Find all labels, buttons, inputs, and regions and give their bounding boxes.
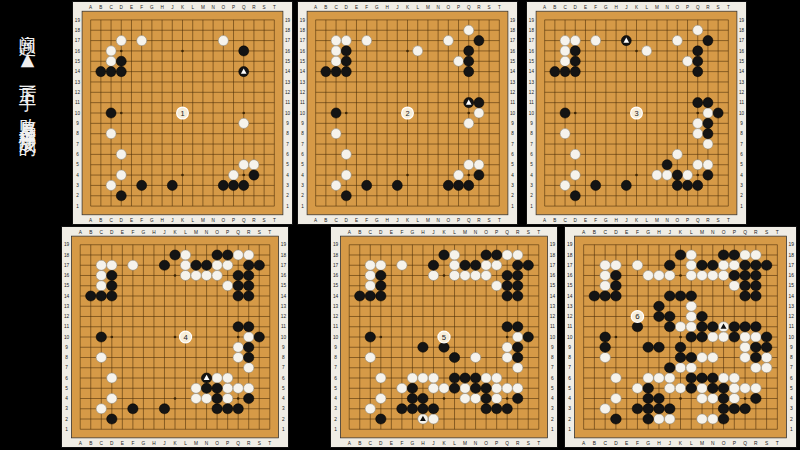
svg-text:18: 18	[550, 253, 556, 258]
stone-black-N17	[708, 260, 719, 270]
stone-white-D6	[341, 149, 351, 159]
svg-text:3: 3	[282, 406, 285, 411]
stone-black-O3	[212, 404, 222, 414]
svg-text:10: 10	[333, 335, 339, 340]
svg-text:8: 8	[740, 131, 743, 136]
go-board-5[interactable]: AA1919BB1818CC1717DD1616EE1515FF1414GG13…	[331, 227, 557, 447]
svg-text:N: N	[436, 218, 439, 223]
stone-white-C16	[331, 46, 341, 56]
stone-black-P3	[729, 404, 740, 414]
stone-black-R16	[751, 270, 762, 280]
svg-text:2: 2	[334, 417, 337, 422]
svg-text:5: 5	[790, 386, 793, 391]
stone-black-G4	[643, 393, 654, 403]
svg-text:8: 8	[334, 355, 337, 360]
stone-black-S9	[761, 342, 772, 352]
stone-black-O2	[718, 414, 729, 424]
stone-white-R5	[751, 383, 762, 393]
stone-black-G5	[407, 383, 417, 393]
stone-black-D16	[376, 270, 386, 280]
svg-text:O: O	[484, 230, 488, 235]
star-point	[574, 112, 577, 115]
stone-black-M6	[460, 373, 470, 383]
stone-white-P15	[222, 281, 232, 291]
stone-black-L6	[686, 373, 697, 383]
svg-text:G: G	[646, 441, 650, 446]
stone-white-C17	[331, 36, 341, 46]
svg-text:O: O	[222, 218, 226, 223]
stone-black-C10	[560, 108, 570, 118]
stone-black-P11	[729, 322, 740, 332]
svg-text:12: 12	[281, 314, 287, 319]
stone-black-F3	[137, 180, 147, 190]
svg-text:8: 8	[568, 355, 571, 360]
stone-black-L5	[686, 383, 697, 393]
svg-text:16: 16	[285, 49, 291, 54]
stone-white-C15	[106, 56, 116, 66]
svg-text:M: M	[201, 218, 205, 223]
svg-text:G: G	[646, 230, 650, 235]
stone-white-F17	[591, 36, 601, 46]
svg-text:F: F	[400, 230, 403, 235]
stone-black-F3	[632, 404, 643, 414]
svg-text:H: H	[614, 5, 617, 10]
stone-white-R10	[244, 332, 254, 342]
svg-text:17: 17	[300, 38, 306, 43]
svg-text:O: O	[215, 230, 219, 235]
stone-black-J12	[664, 311, 675, 321]
svg-text:16: 16	[550, 273, 556, 278]
stone-white-Q5	[740, 383, 751, 393]
stone-black-O5	[212, 383, 222, 393]
stone-black-D14	[570, 67, 580, 77]
stone-white-M4	[652, 170, 662, 180]
stone-black-P3	[454, 180, 464, 190]
svg-text:10: 10	[281, 335, 287, 340]
stone-black-R8	[513, 352, 523, 362]
star-point	[679, 274, 682, 277]
svg-text:11: 11	[550, 324, 555, 329]
stone-white-C15	[560, 56, 570, 66]
svg-text:O: O	[676, 5, 680, 10]
svg-text:H: H	[160, 218, 163, 223]
stone-white-M5	[460, 383, 470, 393]
stone-black-G9	[643, 342, 654, 352]
go-board-2[interactable]: AA1919BB1818CC1717DD1616EE1515FF1414GG13…	[298, 2, 517, 224]
star-point	[242, 112, 245, 115]
svg-text:R: R	[754, 230, 758, 235]
svg-text:F: F	[594, 218, 597, 223]
svg-text:E: E	[130, 5, 133, 10]
svg-text:7: 7	[551, 365, 554, 370]
stone-black-D15	[341, 56, 351, 66]
stone-black-P18	[491, 250, 501, 260]
stone-white-P6	[729, 373, 740, 383]
stone-white-C16	[560, 46, 570, 56]
svg-text:9: 9	[76, 121, 79, 126]
move-number-text: 6	[635, 312, 639, 321]
go-board-6[interactable]: AA1919BB1818CC1717DD1616EE1515FF1414GG13…	[565, 227, 796, 447]
svg-text:1: 1	[282, 427, 285, 432]
stone-black-C14	[365, 291, 375, 301]
svg-text:5: 5	[301, 162, 304, 167]
svg-text:6: 6	[301, 152, 304, 157]
stone-white-K5	[439, 383, 449, 393]
stone-black-O18	[481, 250, 491, 260]
stone-black-J7	[664, 363, 675, 373]
svg-text:Q: Q	[467, 218, 471, 223]
stone-black-M10	[697, 332, 708, 342]
stone-white-F17	[632, 260, 643, 270]
svg-text:4: 4	[790, 396, 793, 401]
svg-text:T: T	[537, 441, 540, 446]
stone-black-R17	[244, 260, 254, 270]
svg-text:17: 17	[510, 38, 516, 43]
svg-text:G: G	[375, 5, 379, 10]
stone-white-K5	[675, 383, 686, 393]
stone-black-Q3	[464, 180, 474, 190]
svg-text:S: S	[488, 5, 491, 10]
go-board-4-svg: AA1919BB1818CC1717DD1616EE1515FF1414GG13…	[62, 227, 288, 447]
stone-black-Q3	[233, 404, 243, 414]
stone-white-C3	[331, 180, 341, 190]
svg-text:E: E	[121, 230, 124, 235]
stone-white-L16	[180, 270, 190, 280]
svg-text:L: L	[416, 5, 419, 10]
svg-text:4: 4	[286, 173, 289, 178]
stone-black-R16	[513, 270, 523, 280]
stone-white-C8	[600, 352, 611, 362]
stone-white-P17	[729, 260, 740, 270]
stone-black-F3	[128, 404, 138, 414]
svg-text:2: 2	[282, 417, 285, 422]
stone-black-Q3	[239, 180, 249, 190]
stone-white-O17	[481, 260, 491, 270]
svg-text:12: 12	[739, 90, 745, 95]
stone-black-H9	[418, 342, 428, 352]
svg-text:19: 19	[567, 242, 573, 247]
svg-text:17: 17	[285, 38, 291, 43]
svg-text:14: 14	[510, 69, 516, 74]
stone-white-Q18	[464, 25, 474, 35]
stone-black-R4	[244, 393, 254, 403]
stone-white-L18	[449, 250, 459, 260]
svg-text:19: 19	[529, 18, 535, 23]
stone-black-R15	[751, 281, 762, 291]
svg-text:19: 19	[285, 18, 291, 23]
svg-text:8: 8	[65, 355, 68, 360]
stone-white-Q9	[233, 342, 243, 352]
stone-white-C3	[106, 180, 116, 190]
stone-white-L13	[686, 301, 697, 311]
svg-text:E: E	[625, 230, 628, 235]
stone-white-M16	[460, 270, 470, 280]
star-point	[111, 336, 114, 339]
stone-white-G16	[643, 270, 654, 280]
stone-white-D4	[376, 393, 386, 403]
svg-text:H: H	[421, 230, 425, 235]
svg-text:9: 9	[301, 121, 304, 126]
stone-black-J3	[167, 180, 177, 190]
svg-text:7: 7	[282, 365, 285, 370]
svg-text:N: N	[711, 230, 715, 235]
svg-text:D: D	[379, 441, 383, 446]
stone-black-N6	[470, 373, 480, 383]
stone-black-Q14	[464, 67, 474, 77]
stone-white-R10	[703, 108, 713, 118]
stone-white-C17	[365, 260, 375, 270]
stone-white-Q8	[740, 352, 751, 362]
go-board-1[interactable]: AA1919BB1818CC1717DD1616EE1515FF1414GG13…	[73, 2, 292, 224]
stone-black-Q16	[239, 46, 249, 56]
stone-black-H3	[654, 404, 665, 414]
star-point	[345, 112, 348, 115]
stone-white-D6	[611, 373, 622, 383]
move-number-text: 1	[180, 109, 184, 118]
svg-text:2: 2	[511, 193, 514, 198]
stone-white-F5	[397, 383, 407, 393]
svg-text:11: 11	[567, 324, 572, 329]
svg-text:11: 11	[789, 324, 794, 329]
svg-text:B: B	[593, 230, 596, 235]
star-point	[120, 112, 123, 115]
stone-white-K11	[675, 322, 686, 332]
svg-text:M: M	[655, 218, 659, 223]
stone-black-G3	[643, 404, 654, 414]
stone-white-D17	[376, 260, 386, 270]
svg-text:1: 1	[551, 427, 554, 432]
stone-black-N5	[708, 383, 719, 393]
stone-black-C14	[106, 67, 116, 77]
stone-black-K9	[675, 342, 686, 352]
stone-white-Q5	[233, 383, 243, 393]
stone-white-N4	[201, 393, 211, 403]
stone-white-N16	[201, 270, 211, 280]
svg-text:3: 3	[511, 183, 514, 188]
svg-text:10: 10	[567, 335, 573, 340]
svg-text:E: E	[625, 441, 628, 446]
stone-black-P18	[729, 250, 740, 260]
star-point	[181, 174, 184, 177]
stone-white-J16	[428, 270, 438, 280]
svg-text:M: M	[194, 230, 198, 235]
stone-white-O17	[212, 260, 222, 270]
stone-black-C10	[96, 332, 106, 342]
stone-white-D4	[116, 170, 126, 180]
svg-text:6: 6	[740, 152, 743, 157]
svg-text:10: 10	[64, 335, 70, 340]
svg-text:6: 6	[568, 376, 571, 381]
stone-white-L17	[180, 260, 190, 270]
svg-text:N: N	[665, 218, 668, 223]
stone-black-O4	[718, 393, 729, 403]
svg-text:2: 2	[286, 193, 289, 198]
stone-black-Q15	[464, 56, 474, 66]
svg-text:B: B	[99, 5, 102, 10]
stone-white-P15	[729, 281, 740, 291]
stone-black-D16	[611, 270, 622, 280]
stone-white-C8	[365, 352, 375, 362]
stone-white-O17	[672, 36, 682, 46]
stone-black-R14	[244, 291, 254, 301]
svg-text:G: G	[150, 5, 154, 10]
svg-text:7: 7	[334, 365, 337, 370]
svg-text:14: 14	[300, 69, 306, 74]
svg-text:O: O	[447, 5, 451, 10]
stone-black-D14	[341, 67, 351, 77]
svg-text:1: 1	[740, 204, 743, 209]
stone-black-Q16	[740, 270, 751, 280]
stone-white-R7	[703, 139, 713, 149]
stone-white-S8	[761, 352, 772, 362]
stone-black-K9	[439, 342, 449, 352]
svg-text:O: O	[722, 441, 726, 446]
svg-text:16: 16	[739, 49, 745, 54]
stone-black-K18	[439, 250, 449, 260]
star-point	[120, 50, 123, 53]
svg-text:2: 2	[568, 417, 571, 422]
stone-white-L7	[686, 363, 697, 373]
stone-white-N16	[470, 270, 480, 280]
go-board-3[interactable]: AA1919BB1818CC1717DD1616EE1515FF1414GG13…	[527, 2, 746, 224]
stone-white-R10	[513, 332, 523, 342]
stone-white-P4	[729, 393, 740, 403]
stone-black-Q14	[502, 291, 512, 301]
svg-text:10: 10	[285, 111, 291, 116]
stone-white-D17	[107, 260, 117, 270]
svg-text:15: 15	[285, 59, 291, 64]
svg-text:8: 8	[551, 355, 554, 360]
svg-text:15: 15	[567, 283, 573, 288]
stone-black-Q15	[740, 281, 751, 291]
svg-text:J: J	[396, 5, 398, 10]
svg-text:M: M	[201, 5, 205, 10]
stone-white-R5	[474, 160, 484, 170]
svg-text:C: C	[100, 441, 104, 446]
svg-text:H: H	[421, 441, 425, 446]
svg-text:15: 15	[64, 283, 70, 288]
stone-black-G5	[643, 383, 654, 393]
svg-text:E: E	[355, 5, 358, 10]
stone-black-R4	[474, 170, 484, 180]
svg-text:T: T	[727, 5, 730, 10]
svg-text:Q: Q	[242, 218, 246, 223]
svg-text:4: 4	[530, 173, 533, 178]
stone-black-F3	[591, 180, 601, 190]
stone-white-H6	[654, 373, 665, 383]
stone-black-R17	[703, 36, 713, 46]
svg-text:18: 18	[281, 253, 287, 258]
stone-black-O4	[481, 393, 491, 403]
svg-text:13: 13	[300, 80, 306, 85]
svg-text:H: H	[385, 5, 388, 10]
stone-white-M4	[697, 393, 708, 403]
svg-text:5: 5	[568, 386, 571, 391]
svg-text:9: 9	[286, 121, 289, 126]
stone-black-D16	[341, 46, 351, 56]
stone-black-M17	[191, 260, 201, 270]
svg-text:1: 1	[65, 427, 68, 432]
svg-text:18: 18	[567, 253, 573, 258]
stone-black-B14	[86, 291, 96, 301]
svg-text:F: F	[400, 441, 403, 446]
stone-white-C8	[331, 129, 341, 139]
svg-text:2: 2	[740, 193, 743, 198]
stone-white-L18	[180, 250, 190, 260]
stone-white-J2	[428, 414, 438, 424]
svg-text:15: 15	[739, 59, 745, 64]
stone-black-O3	[718, 404, 729, 414]
svg-text:12: 12	[567, 314, 573, 319]
svg-text:3: 3	[568, 406, 571, 411]
stone-white-C15	[365, 281, 375, 291]
svg-text:16: 16	[789, 273, 795, 278]
svg-text:J: J	[171, 5, 173, 10]
svg-text:L: L	[191, 218, 194, 223]
svg-text:14: 14	[333, 294, 339, 299]
svg-text:16: 16	[333, 273, 339, 278]
svg-text:15: 15	[333, 283, 339, 288]
stone-black-R8	[703, 129, 713, 139]
stone-black-P3	[229, 180, 239, 190]
stone-white-R5	[513, 383, 523, 393]
stone-black-J14	[664, 291, 675, 301]
svg-text:16: 16	[567, 273, 573, 278]
star-point	[744, 397, 747, 400]
svg-text:3: 3	[76, 183, 79, 188]
stone-black-H13	[654, 301, 665, 311]
svg-text:12: 12	[333, 314, 339, 319]
svg-text:O: O	[484, 441, 488, 446]
stone-white-G6	[407, 373, 417, 383]
stone-white-L17	[686, 260, 697, 270]
svg-text:M: M	[700, 230, 704, 235]
stone-black-D15	[611, 281, 622, 291]
stone-black-R4	[513, 393, 523, 403]
stone-black-L8	[449, 352, 459, 362]
svg-text:3: 3	[65, 406, 68, 411]
stone-white-O17	[718, 260, 729, 270]
svg-text:D: D	[110, 230, 114, 235]
stone-white-J6	[428, 373, 438, 383]
stone-black-D2	[107, 414, 117, 424]
svg-text:10: 10	[789, 335, 795, 340]
svg-text:11: 11	[739, 100, 744, 105]
svg-text:C: C	[603, 230, 607, 235]
star-point	[615, 336, 618, 339]
stone-white-C3	[600, 404, 611, 414]
stone-white-C15	[331, 56, 341, 66]
svg-text:Q: Q	[696, 5, 700, 10]
stone-white-C8	[106, 129, 116, 139]
stone-black-S10	[761, 332, 772, 342]
svg-text:B: B	[593, 441, 596, 446]
move-number-text: 2	[405, 109, 409, 118]
stone-white-C15	[600, 281, 611, 291]
stone-white-Q9	[464, 118, 474, 128]
stone-black-P10	[729, 332, 740, 342]
stone-white-Q9	[740, 342, 751, 352]
svg-text:F: F	[131, 230, 134, 235]
stone-white-O6	[672, 149, 682, 159]
star-point	[696, 112, 699, 115]
stone-white-P4	[491, 393, 501, 403]
go-board-4[interactable]: AA1919BB1818CC1717DD1616EE1515FF1414GG13…	[62, 227, 288, 447]
svg-text:12: 12	[75, 90, 81, 95]
svg-text:19: 19	[333, 242, 339, 247]
svg-text:M: M	[463, 230, 467, 235]
svg-text:G: G	[375, 218, 379, 223]
